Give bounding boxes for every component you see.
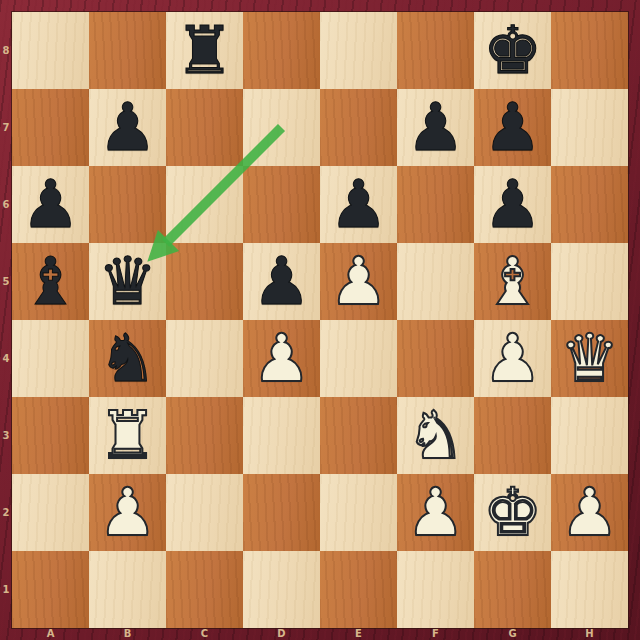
square-b3[interactable]: ♜ bbox=[89, 397, 166, 474]
rank-label-8: 8 bbox=[0, 45, 12, 57]
rank-label-5: 5 bbox=[0, 276, 12, 288]
square-h1[interactable] bbox=[551, 551, 628, 628]
square-e1[interactable] bbox=[320, 551, 397, 628]
square-e3[interactable] bbox=[320, 397, 397, 474]
square-a6[interactable]: ♟ bbox=[12, 166, 89, 243]
piece-white-rook[interactable]: ♜ bbox=[89, 397, 166, 474]
piece-black-rook[interactable]: ♜ bbox=[166, 12, 243, 89]
piece-white-pawn[interactable]: ♟ bbox=[320, 243, 397, 320]
square-g6[interactable]: ♟ bbox=[474, 166, 551, 243]
square-g2[interactable]: ♚ bbox=[474, 474, 551, 551]
square-a8[interactable] bbox=[12, 12, 89, 89]
square-d2[interactable] bbox=[243, 474, 320, 551]
square-e6[interactable]: ♟ bbox=[320, 166, 397, 243]
square-e7[interactable] bbox=[320, 89, 397, 166]
piece-black-pawn[interactable]: ♟ bbox=[12, 166, 89, 243]
chess-board: ♜♚♟♟♟♟♟♟♝♛♟♟♝♞♟♟♛♜♞♟♟♚♟ bbox=[12, 12, 628, 628]
square-f2[interactable]: ♟ bbox=[397, 474, 474, 551]
square-g3[interactable] bbox=[474, 397, 551, 474]
file-label-E: E bbox=[320, 628, 397, 640]
square-h7[interactable] bbox=[551, 89, 628, 166]
square-f8[interactable] bbox=[397, 12, 474, 89]
square-h4[interactable]: ♛ bbox=[551, 320, 628, 397]
square-d7[interactable] bbox=[243, 89, 320, 166]
piece-black-pawn[interactable]: ♟ bbox=[474, 166, 551, 243]
piece-white-pawn[interactable]: ♟ bbox=[474, 320, 551, 397]
piece-white-bishop[interactable]: ♝ bbox=[474, 243, 551, 320]
square-d4[interactable]: ♟ bbox=[243, 320, 320, 397]
square-a1[interactable] bbox=[12, 551, 89, 628]
square-a3[interactable] bbox=[12, 397, 89, 474]
square-d1[interactable] bbox=[243, 551, 320, 628]
square-h6[interactable] bbox=[551, 166, 628, 243]
file-label-B: B bbox=[89, 628, 166, 640]
square-b1[interactable] bbox=[89, 551, 166, 628]
file-label-G: G bbox=[474, 628, 551, 640]
piece-white-pawn[interactable]: ♟ bbox=[243, 320, 320, 397]
piece-black-knight[interactable]: ♞ bbox=[89, 320, 166, 397]
square-c3[interactable] bbox=[166, 397, 243, 474]
square-h5[interactable] bbox=[551, 243, 628, 320]
rank-label-1: 1 bbox=[0, 584, 12, 596]
square-b7[interactable]: ♟ bbox=[89, 89, 166, 166]
square-c1[interactable] bbox=[166, 551, 243, 628]
file-label-C: C bbox=[166, 628, 243, 640]
square-a5[interactable]: ♝ bbox=[12, 243, 89, 320]
piece-black-queen[interactable]: ♛ bbox=[89, 243, 166, 320]
square-f5[interactable] bbox=[397, 243, 474, 320]
rank-label-7: 7 bbox=[0, 122, 12, 134]
square-c7[interactable] bbox=[166, 89, 243, 166]
piece-black-pawn[interactable]: ♟ bbox=[89, 89, 166, 166]
square-a4[interactable] bbox=[12, 320, 89, 397]
square-a7[interactable] bbox=[12, 89, 89, 166]
rank-label-4: 4 bbox=[0, 353, 12, 365]
board-frame: ♜♚♟♟♟♟♟♟♝♛♟♟♝♞♟♟♛♜♞♟♟♚♟ 87654321 ABCDEFG… bbox=[0, 0, 640, 640]
square-e8[interactable] bbox=[320, 12, 397, 89]
square-f3[interactable]: ♞ bbox=[397, 397, 474, 474]
square-h8[interactable] bbox=[551, 12, 628, 89]
square-g4[interactable]: ♟ bbox=[474, 320, 551, 397]
square-f6[interactable] bbox=[397, 166, 474, 243]
rank-label-2: 2 bbox=[0, 507, 12, 519]
square-d6[interactable] bbox=[243, 166, 320, 243]
square-g7[interactable]: ♟ bbox=[474, 89, 551, 166]
square-f1[interactable] bbox=[397, 551, 474, 628]
square-b6[interactable] bbox=[89, 166, 166, 243]
piece-white-pawn[interactable]: ♟ bbox=[551, 474, 628, 551]
piece-white-queen[interactable]: ♛ bbox=[551, 320, 628, 397]
square-g8[interactable]: ♚ bbox=[474, 12, 551, 89]
file-label-F: F bbox=[397, 628, 474, 640]
piece-white-pawn[interactable]: ♟ bbox=[89, 474, 166, 551]
square-h3[interactable] bbox=[551, 397, 628, 474]
square-g5[interactable]: ♝ bbox=[474, 243, 551, 320]
square-b4[interactable]: ♞ bbox=[89, 320, 166, 397]
piece-black-pawn[interactable]: ♟ bbox=[474, 89, 551, 166]
file-label-H: H bbox=[551, 628, 628, 640]
file-label-A: A bbox=[12, 628, 89, 640]
square-h2[interactable]: ♟ bbox=[551, 474, 628, 551]
piece-white-knight[interactable]: ♞ bbox=[397, 397, 474, 474]
piece-black-king[interactable]: ♚ bbox=[474, 12, 551, 89]
piece-white-pawn[interactable]: ♟ bbox=[397, 474, 474, 551]
piece-black-bishop[interactable]: ♝ bbox=[12, 243, 89, 320]
square-e4[interactable] bbox=[320, 320, 397, 397]
piece-black-pawn[interactable]: ♟ bbox=[397, 89, 474, 166]
square-g1[interactable] bbox=[474, 551, 551, 628]
square-c5[interactable] bbox=[166, 243, 243, 320]
square-e5[interactable]: ♟ bbox=[320, 243, 397, 320]
square-b2[interactable]: ♟ bbox=[89, 474, 166, 551]
file-label-D: D bbox=[243, 628, 320, 640]
square-e2[interactable] bbox=[320, 474, 397, 551]
rank-label-3: 3 bbox=[0, 430, 12, 442]
square-c2[interactable] bbox=[166, 474, 243, 551]
piece-white-king[interactable]: ♚ bbox=[474, 474, 551, 551]
square-c6[interactable] bbox=[166, 166, 243, 243]
piece-black-pawn[interactable]: ♟ bbox=[243, 243, 320, 320]
square-c8[interactable]: ♜ bbox=[166, 12, 243, 89]
square-b8[interactable] bbox=[89, 12, 166, 89]
piece-black-pawn[interactable]: ♟ bbox=[320, 166, 397, 243]
square-d5[interactable]: ♟ bbox=[243, 243, 320, 320]
square-b5[interactable]: ♛ bbox=[89, 243, 166, 320]
square-a2[interactable] bbox=[12, 474, 89, 551]
rank-label-6: 6 bbox=[0, 199, 12, 211]
square-f4[interactable] bbox=[397, 320, 474, 397]
square-f7[interactable]: ♟ bbox=[397, 89, 474, 166]
square-d3[interactable] bbox=[243, 397, 320, 474]
square-c4[interactable] bbox=[166, 320, 243, 397]
square-d8[interactable] bbox=[243, 12, 320, 89]
